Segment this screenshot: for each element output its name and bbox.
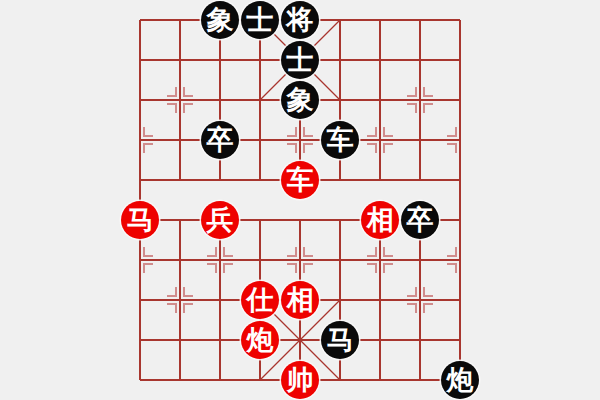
piece-red-horse[interactable]: 马 bbox=[121, 201, 159, 239]
xiangqi-board[interactable]: 象士将士象卒车车马兵相卒仕相炮马帅炮 bbox=[0, 0, 600, 400]
piece-red-soldier[interactable]: 兵 bbox=[201, 201, 239, 239]
piece-red-elephant[interactable]: 相 bbox=[281, 281, 319, 319]
pieces-layer: 象士将士象卒车车马兵相卒仕相炮马帅炮 bbox=[120, 0, 480, 400]
piece-black-chariot[interactable]: 车 bbox=[321, 121, 359, 159]
piece-red-elephant[interactable]: 相 bbox=[361, 201, 399, 239]
piece-black-advisor[interactable]: 士 bbox=[281, 41, 319, 79]
piece-black-soldier[interactable]: 卒 bbox=[201, 121, 239, 159]
piece-black-advisor[interactable]: 士 bbox=[241, 1, 279, 39]
piece-black-elephant[interactable]: 象 bbox=[281, 81, 319, 119]
piece-red-advisor[interactable]: 仕 bbox=[241, 281, 279, 319]
piece-black-soldier[interactable]: 卒 bbox=[401, 201, 439, 239]
piece-black-horse[interactable]: 马 bbox=[321, 321, 359, 359]
piece-red-chariot[interactable]: 车 bbox=[281, 161, 319, 199]
piece-black-elephant[interactable]: 象 bbox=[201, 1, 239, 39]
piece-black-cannon[interactable]: 炮 bbox=[441, 361, 479, 399]
piece-red-cannon[interactable]: 炮 bbox=[241, 321, 279, 359]
piece-red-general[interactable]: 帅 bbox=[281, 361, 319, 399]
piece-black-general[interactable]: 将 bbox=[281, 1, 319, 39]
